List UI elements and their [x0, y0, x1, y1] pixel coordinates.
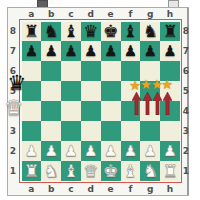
- square-c3[interactable]: [61, 121, 81, 141]
- black-pawn-d7[interactable]: ♟: [81, 41, 101, 61]
- square-h1[interactable]: ♜: [160, 161, 180, 181]
- square-e4[interactable]: [101, 101, 121, 121]
- black-pawn-c7[interactable]: ♟: [61, 41, 81, 61]
- black-pawn-f7[interactable]: ♟: [121, 41, 141, 61]
- square-d6[interactable]: [81, 61, 101, 81]
- rank-label-right-8: 8: [179, 26, 193, 37]
- file-label-top-f: f: [123, 9, 137, 20]
- file-label-bottom-c: c: [64, 184, 78, 195]
- white-rook-h1[interactable]: ♜: [160, 161, 180, 181]
- white-knight-b1[interactable]: ♞: [41, 161, 61, 181]
- white-queen-d1[interactable]: ♛: [81, 161, 101, 181]
- square-c6[interactable]: [61, 61, 81, 81]
- square-a2[interactable]: ♟: [22, 141, 42, 161]
- rank-label-right-6: 6: [179, 66, 193, 77]
- black-bishop-f8[interactable]: ♝: [121, 22, 141, 42]
- black-pawn-a7[interactable]: ♟: [22, 41, 42, 61]
- white-king-e1[interactable]: ♚: [101, 161, 121, 181]
- file-label-bottom-d: d: [84, 184, 98, 195]
- file-label-bottom-f: f: [123, 184, 137, 195]
- square-e5[interactable]: [101, 81, 121, 101]
- black-pawn-b7[interactable]: ♟: [41, 41, 61, 61]
- square-a3[interactable]: [22, 121, 42, 141]
- rank-label-right-5: 5: [179, 86, 193, 97]
- rank-label-right-4: 4: [179, 106, 193, 117]
- file-label-bottom-e: e: [104, 184, 118, 195]
- square-h3[interactable]: [160, 121, 180, 141]
- square-c5[interactable]: [61, 81, 81, 101]
- demonstration-chess-board: aabbccddeeffgghh8877665544332211 ♜♞♝♛♚♝♞…: [0, 0, 200, 200]
- black-pawn-g7[interactable]: ♟: [140, 41, 160, 61]
- square-a8[interactable]: ♜: [22, 22, 42, 42]
- square-b7[interactable]: ♟: [41, 41, 61, 61]
- spare-white-queen[interactable]: ♛: [1, 96, 27, 120]
- white-pawn-g2[interactable]: ♟: [140, 141, 160, 161]
- square-e1[interactable]: ♚: [101, 161, 121, 181]
- up-arrow-marker-2[interactable]: [143, 92, 152, 115]
- square-e3[interactable]: [101, 121, 121, 141]
- square-f3[interactable]: [121, 121, 141, 141]
- square-b4[interactable]: [41, 101, 61, 121]
- white-pawn-a2[interactable]: ♟: [22, 141, 42, 161]
- file-label-top-h: h: [163, 9, 177, 20]
- white-bishop-c1[interactable]: ♝: [61, 161, 81, 181]
- square-f1[interactable]: ♝: [121, 161, 141, 181]
- white-bishop-f1[interactable]: ♝: [121, 161, 141, 181]
- square-c1[interactable]: ♝: [61, 161, 81, 181]
- white-pawn-b2[interactable]: ♟: [41, 141, 61, 161]
- white-knight-g1[interactable]: ♞: [140, 161, 160, 181]
- file-label-bottom-g: g: [143, 184, 157, 195]
- square-b3[interactable]: [41, 121, 61, 141]
- file-label-top-e: e: [104, 9, 118, 20]
- file-label-top-g: g: [143, 9, 157, 20]
- square-f8[interactable]: ♝: [121, 22, 141, 42]
- rank-label-left-7: 7: [6, 46, 20, 57]
- file-label-bottom-a: a: [24, 184, 38, 195]
- square-a7[interactable]: ♟: [22, 41, 42, 61]
- rank-label-left-8: 8: [6, 26, 20, 37]
- square-c2[interactable]: ♟: [61, 141, 81, 161]
- square-d2[interactable]: ♟: [81, 141, 101, 161]
- square-c7[interactable]: ♟: [61, 41, 81, 61]
- rank-label-right-7: 7: [179, 46, 193, 57]
- black-rook-h8[interactable]: ♜: [160, 22, 180, 42]
- square-b6[interactable]: [41, 61, 61, 81]
- square-c8[interactable]: ♝: [61, 22, 81, 42]
- black-bishop-c8[interactable]: ♝: [61, 22, 81, 42]
- up-arrow-marker-3[interactable]: [153, 92, 162, 115]
- white-pawn-d2[interactable]: ♟: [81, 141, 101, 161]
- black-knight-b8[interactable]: ♞: [41, 22, 61, 42]
- square-f2[interactable]: ♟: [121, 141, 141, 161]
- star-marker-4[interactable]: ★: [160, 78, 174, 92]
- square-e6[interactable]: [101, 61, 121, 81]
- file-label-top-b: b: [44, 9, 58, 20]
- square-f7[interactable]: ♟: [121, 41, 141, 61]
- rank-label-left-2: 2: [6, 146, 20, 157]
- black-knight-g8[interactable]: ♞: [140, 22, 160, 42]
- black-queen-d8[interactable]: ♛: [81, 22, 101, 42]
- file-label-bottom-b: b: [44, 184, 58, 195]
- rank-label-left-1: 1: [6, 166, 20, 177]
- square-h7[interactable]: ♟: [160, 41, 180, 61]
- square-g2[interactable]: ♟: [140, 141, 160, 161]
- white-rook-a1[interactable]: ♜: [22, 161, 42, 181]
- square-d4[interactable]: [81, 101, 101, 121]
- white-pawn-e2[interactable]: ♟: [101, 141, 121, 161]
- square-b5[interactable]: [41, 81, 61, 101]
- square-g8[interactable]: ♞: [140, 22, 160, 42]
- square-e2[interactable]: ♟: [101, 141, 121, 161]
- square-c4[interactable]: [61, 101, 81, 121]
- file-label-top-d: d: [84, 9, 98, 20]
- square-g1[interactable]: ♞: [140, 161, 160, 181]
- black-pawn-e7[interactable]: ♟: [101, 41, 121, 61]
- black-rook-a8[interactable]: ♜: [22, 22, 42, 42]
- square-d8[interactable]: ♛: [81, 22, 101, 42]
- rank-label-right-1: 1: [179, 166, 193, 177]
- square-d5[interactable]: [81, 81, 101, 101]
- square-h8[interactable]: ♜: [160, 22, 180, 42]
- rank-label-right-2: 2: [179, 146, 193, 157]
- white-pawn-c2[interactable]: ♟: [61, 141, 81, 161]
- file-label-top-a: a: [24, 9, 38, 20]
- square-e8[interactable]: ♚: [101, 22, 121, 42]
- square-g3[interactable]: [140, 121, 160, 141]
- white-pawn-f2[interactable]: ♟: [121, 141, 141, 161]
- square-d3[interactable]: [81, 121, 101, 141]
- square-e7[interactable]: ♟: [101, 41, 121, 61]
- square-d7[interactable]: ♟: [81, 41, 101, 61]
- up-arrow-marker-4[interactable]: [163, 92, 172, 115]
- square-h2[interactable]: ♟: [160, 141, 180, 161]
- up-arrow-marker-1[interactable]: [132, 92, 141, 115]
- rank-label-left-3: 3: [6, 126, 20, 137]
- square-g7[interactable]: ♟: [140, 41, 160, 61]
- black-pawn-h7[interactable]: ♟: [160, 41, 180, 61]
- file-label-top-c: c: [64, 9, 78, 20]
- square-b2[interactable]: ♟: [41, 141, 61, 161]
- square-a1[interactable]: ♜: [22, 161, 42, 181]
- black-king-e8[interactable]: ♚: [101, 22, 121, 42]
- file-label-bottom-h: h: [163, 184, 177, 195]
- rank-label-right-3: 3: [179, 126, 193, 137]
- square-b1[interactable]: ♞: [41, 161, 61, 181]
- square-d1[interactable]: ♛: [81, 161, 101, 181]
- spare-black-queen[interactable]: ♛: [4, 71, 30, 95]
- white-pawn-h2[interactable]: ♟: [160, 141, 180, 161]
- square-b8[interactable]: ♞: [41, 22, 61, 42]
